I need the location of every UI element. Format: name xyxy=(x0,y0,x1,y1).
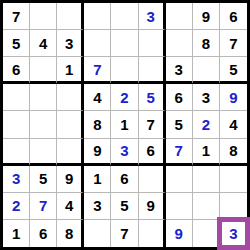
digit: 8 xyxy=(229,143,237,158)
cell-r5c9[interactable]: 4 xyxy=(220,111,247,138)
cell-r4c4[interactable]: 4 xyxy=(84,84,111,111)
cell-r8c5[interactable]: 5 xyxy=(111,193,138,220)
cell-r8c2[interactable]: 7 xyxy=(30,193,57,220)
digit: 6 xyxy=(39,226,47,241)
digit: 3 xyxy=(202,90,210,105)
digit: 3 xyxy=(65,36,73,51)
cell-r8c3[interactable]: 4 xyxy=(57,193,84,220)
cell-r8c9[interactable] xyxy=(220,193,247,220)
cell-r2c6[interactable] xyxy=(139,30,166,57)
digit: 2 xyxy=(202,117,210,132)
digit: 2 xyxy=(120,90,128,105)
digit: 9 xyxy=(146,198,154,213)
digit: 4 xyxy=(65,198,73,213)
cell-r1c1[interactable]: 7 xyxy=(3,3,30,30)
cell-r5c1[interactable] xyxy=(3,111,30,138)
cell-r3c9[interactable]: 5 xyxy=(220,57,247,84)
digit: 6 xyxy=(120,171,128,186)
cell-r7c2[interactable]: 5 xyxy=(30,166,57,193)
sudoku-board: 7396543876173542563981752493671835916274… xyxy=(0,0,250,250)
cell-r3c3[interactable]: 1 xyxy=(57,57,84,84)
cell-r7c4[interactable]: 1 xyxy=(84,166,111,193)
cell-r2c1[interactable]: 5 xyxy=(3,30,30,57)
cell-r6c3[interactable] xyxy=(57,139,84,166)
cell-r4c7[interactable]: 6 xyxy=(166,84,193,111)
selection-cursor xyxy=(217,217,250,250)
cell-r6c7[interactable]: 7 xyxy=(166,139,193,166)
cell-r3c4[interactable]: 7 xyxy=(84,57,111,84)
cell-r7c9[interactable] xyxy=(220,166,247,193)
cell-r8c1[interactable]: 2 xyxy=(3,193,30,220)
cell-r2c7[interactable] xyxy=(166,30,193,57)
digit: 7 xyxy=(12,9,20,24)
cell-r5c4[interactable]: 8 xyxy=(84,111,111,138)
cell-r2c2[interactable]: 4 xyxy=(30,30,57,57)
cell-r9c7[interactable]: 9 xyxy=(166,220,193,247)
digit: 3 xyxy=(12,171,20,186)
digit: 3 xyxy=(93,198,101,213)
cell-r2c8[interactable]: 8 xyxy=(193,30,220,57)
cell-r1c8[interactable]: 9 xyxy=(193,3,220,30)
digit: 7 xyxy=(39,198,47,213)
cell-r6c5[interactable]: 3 xyxy=(111,139,138,166)
digit: 5 xyxy=(175,117,183,132)
digit: 9 xyxy=(175,226,183,241)
digit: 1 xyxy=(120,117,128,132)
cell-r5c3[interactable] xyxy=(57,111,84,138)
digit: 7 xyxy=(93,62,101,77)
cell-r1c9[interactable]: 6 xyxy=(220,3,247,30)
cell-r6c1[interactable] xyxy=(3,139,30,166)
digit: 5 xyxy=(39,171,47,186)
cell-r9c3[interactable]: 8 xyxy=(57,220,84,247)
cell-r3c6[interactable] xyxy=(139,57,166,84)
cell-r7c7[interactable] xyxy=(166,166,193,193)
digit: 1 xyxy=(65,62,73,77)
digit: 1 xyxy=(12,226,20,241)
cell-r5c2[interactable] xyxy=(30,111,57,138)
cell-r6c4[interactable]: 9 xyxy=(84,139,111,166)
digit: 9 xyxy=(202,9,210,24)
digit: 6 xyxy=(175,90,183,105)
cell-r1c4[interactable] xyxy=(84,3,111,30)
cell-r5c6[interactable]: 7 xyxy=(139,111,166,138)
cell-r2c4[interactable] xyxy=(84,30,111,57)
cell-r7c5[interactable]: 6 xyxy=(111,166,138,193)
cell-r6c8[interactable]: 1 xyxy=(193,139,220,166)
digit: 3 xyxy=(146,9,154,24)
cell-r7c3[interactable]: 9 xyxy=(57,166,84,193)
cell-r1c6[interactable]: 3 xyxy=(139,3,166,30)
digit: 9 xyxy=(93,143,101,158)
digit: 4 xyxy=(39,36,47,51)
cell-r1c3[interactable] xyxy=(57,3,84,30)
digit: 5 xyxy=(229,62,237,77)
cell-r2c5[interactable] xyxy=(111,30,138,57)
cell-r8c7[interactable] xyxy=(166,193,193,220)
cell-r4c5[interactable]: 2 xyxy=(111,84,138,111)
digit: 5 xyxy=(120,198,128,213)
digit: 7 xyxy=(175,143,183,158)
digit: 8 xyxy=(93,117,101,132)
cell-r1c7[interactable] xyxy=(166,3,193,30)
digit: 3 xyxy=(120,143,128,158)
digit: 6 xyxy=(229,9,237,24)
cell-r2c9[interactable]: 7 xyxy=(220,30,247,57)
digit: 4 xyxy=(229,117,237,132)
cell-r5c7[interactable]: 5 xyxy=(166,111,193,138)
cell-r9c4[interactable] xyxy=(84,220,111,247)
cell-r7c6[interactable] xyxy=(139,166,166,193)
cell-r6c2[interactable] xyxy=(30,139,57,166)
digit: 9 xyxy=(229,90,237,105)
digit: 3 xyxy=(175,62,183,77)
cell-r4c3[interactable] xyxy=(57,84,84,111)
digit: 7 xyxy=(120,226,128,241)
cell-r3c1[interactable]: 6 xyxy=(3,57,30,84)
digit: 5 xyxy=(146,90,154,105)
digit: 9 xyxy=(65,171,73,186)
digit: 7 xyxy=(229,36,237,51)
digit: 2 xyxy=(12,198,20,213)
digit: 5 xyxy=(12,36,20,51)
cell-r4c8[interactable]: 3 xyxy=(193,84,220,111)
digit: 1 xyxy=(202,143,210,158)
digit: 8 xyxy=(202,36,210,51)
digit: 6 xyxy=(12,62,20,77)
cell-r3c2[interactable] xyxy=(30,57,57,84)
cell-r7c8[interactable] xyxy=(193,166,220,193)
cell-r6c6[interactable]: 6 xyxy=(139,139,166,166)
digit: 8 xyxy=(65,226,73,241)
digit: 4 xyxy=(93,90,101,105)
cell-r1c5[interactable] xyxy=(111,3,138,30)
cell-r4c6[interactable]: 5 xyxy=(139,84,166,111)
cell-r8c8[interactable] xyxy=(193,193,220,220)
cell-r9c5[interactable]: 7 xyxy=(111,220,138,247)
cell-r9c2[interactable]: 6 xyxy=(30,220,57,247)
digit: 1 xyxy=(93,171,101,186)
cell-r9c8[interactable] xyxy=(193,220,220,247)
digit: 6 xyxy=(146,143,154,158)
cell-r5c5[interactable]: 1 xyxy=(111,111,138,138)
cell-r3c7[interactable]: 3 xyxy=(166,57,193,84)
digit: 7 xyxy=(146,117,154,132)
cell-r2c3[interactable]: 3 xyxy=(57,30,84,57)
cell-r7c1[interactable]: 3 xyxy=(3,166,30,193)
cell-r4c1[interactable] xyxy=(3,84,30,111)
cell-r3c8[interactable] xyxy=(193,57,220,84)
digit: 3 xyxy=(229,226,237,241)
cell-r9c6[interactable] xyxy=(139,220,166,247)
cell-r9c9[interactable]: 3 xyxy=(220,220,247,247)
cell-r4c9[interactable]: 9 xyxy=(220,84,247,111)
cell-r1c2[interactable] xyxy=(30,3,57,30)
cell-r8c6[interactable]: 9 xyxy=(139,193,166,220)
cell-r5c8[interactable]: 2 xyxy=(193,111,220,138)
cell-r8c4[interactable]: 3 xyxy=(84,193,111,220)
cell-r4c2[interactable] xyxy=(30,84,57,111)
cell-r6c9[interactable]: 8 xyxy=(220,139,247,166)
cell-r9c1[interactable]: 1 xyxy=(3,220,30,247)
cell-r3c5[interactable] xyxy=(111,57,138,84)
